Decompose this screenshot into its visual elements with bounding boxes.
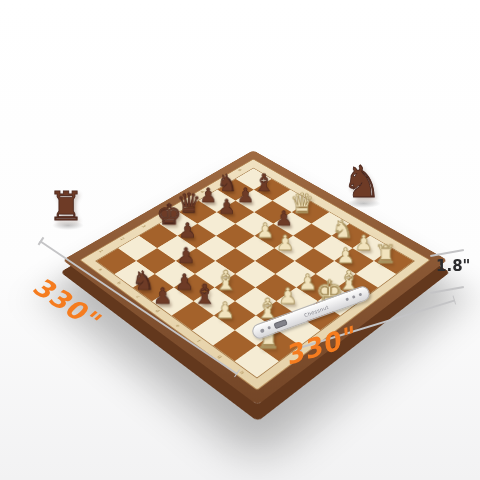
product-photo-stage: abcdefgh 87654321 ♝♛♞♟♜♞♟♟♟♟♟♟♟♝♛♟♚♚♟♟♟♝… xyxy=(0,0,480,480)
white-bishop[interactable]: ♝ xyxy=(213,267,237,294)
black-pawn[interactable]: ♟ xyxy=(237,186,255,206)
status-dot-icon xyxy=(358,293,362,297)
board-scene: abcdefgh 87654321 ♝♛♞♟♜♞♟♟♟♟♟♟♟♝♛♟♚♚♟♟♟♝… xyxy=(0,0,480,480)
height-dimension-tick xyxy=(430,286,464,293)
black-bishop[interactable]: ♝ xyxy=(253,171,275,195)
black-pawn[interactable]: ♟ xyxy=(218,198,236,218)
white-pawn[interactable]: ♟ xyxy=(278,286,298,308)
white-pawn[interactable]: ♟ xyxy=(276,233,295,254)
power-led-icon[interactable] xyxy=(260,328,265,333)
status-dot-icon xyxy=(352,295,356,299)
square-c4[interactable] xyxy=(196,236,235,261)
black-pawn[interactable]: ♟ xyxy=(275,209,293,229)
black-knight[interactable]: ♞ xyxy=(217,172,238,195)
captured-black-knight[interactable]: ♞ xyxy=(342,160,381,204)
black-pawn[interactable]: ♟ xyxy=(153,286,173,308)
white-rook[interactable]: ♜ xyxy=(374,242,397,267)
black-pawn[interactable]: ♟ xyxy=(178,221,196,242)
black-pawn[interactable]: ♟ xyxy=(199,186,217,206)
captured-black-rook[interactable]: ♜ xyxy=(48,186,84,226)
white-knight[interactable]: ♞ xyxy=(332,217,354,241)
white-pawn[interactable]: ♟ xyxy=(354,233,373,254)
height-dimension-label: 1.8" xyxy=(436,257,470,275)
white-queen[interactable]: ♛ xyxy=(290,190,315,218)
white-pawn[interactable]: ♟ xyxy=(215,300,235,322)
black-pawn[interactable]: ♟ xyxy=(177,246,196,267)
mode-button-icon[interactable] xyxy=(267,326,271,330)
white-pawn[interactable]: ♟ xyxy=(256,221,274,242)
status-dot-icon xyxy=(345,297,349,301)
black-knight[interactable]: ♞ xyxy=(132,268,155,294)
chessboard-frame: abcdefgh 87654321 ♝♛♞♟♜♞♟♟♟♟♟♟♟♝♛♟♚♚♟♟♟♝… xyxy=(63,150,448,405)
usb-c-port-icon[interactable] xyxy=(273,319,287,329)
white-pawn[interactable]: ♟ xyxy=(336,246,355,267)
black-bishop[interactable]: ♝ xyxy=(192,281,217,308)
square-h8[interactable]: ♜ xyxy=(374,248,414,274)
